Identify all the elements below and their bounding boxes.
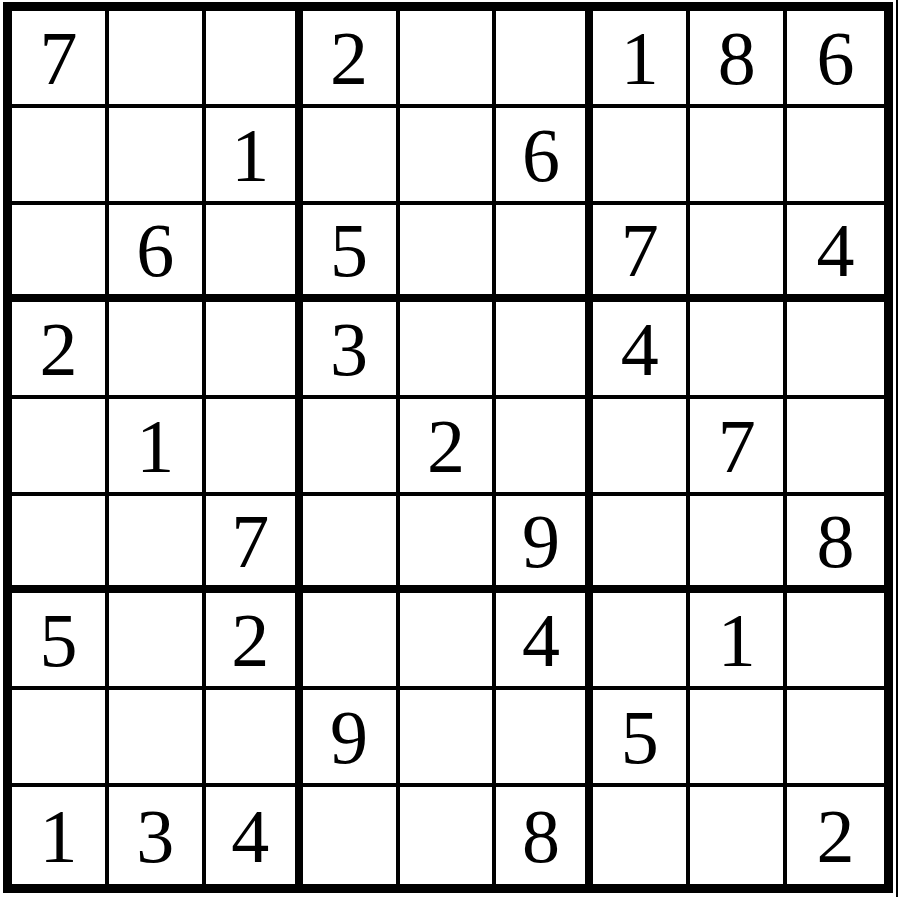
- cell-r6c2[interactable]: [109, 496, 206, 593]
- cell-r6c3[interactable]: 7: [206, 496, 303, 593]
- cell-r6c5[interactable]: [400, 496, 497, 593]
- cell-r6c6[interactable]: 9: [496, 496, 593, 593]
- cell-r1c2[interactable]: [109, 11, 206, 108]
- cell-r8c8[interactable]: [690, 690, 787, 787]
- cell-r3c6[interactable]: [496, 205, 593, 302]
- cell-r6c9[interactable]: 8: [787, 496, 884, 593]
- cell-r9c9[interactable]: 2: [787, 787, 884, 884]
- cell-r2c7[interactable]: [593, 108, 690, 205]
- cell-r3c5[interactable]: [400, 205, 497, 302]
- cell-r1c8[interactable]: 8: [690, 11, 787, 108]
- cell-r7c8[interactable]: 1: [690, 593, 787, 690]
- cell-r1c7[interactable]: 1: [593, 11, 690, 108]
- cell-r6c7[interactable]: [593, 496, 690, 593]
- cell-r3c8[interactable]: [690, 205, 787, 302]
- sudoku-board: 7218616657423412779852419513482: [3, 2, 893, 893]
- cell-r5c2[interactable]: 1: [109, 399, 206, 496]
- cell-r1c9[interactable]: 6: [787, 11, 884, 108]
- cell-r2c8[interactable]: [690, 108, 787, 205]
- cell-r4c2[interactable]: [109, 302, 206, 399]
- cell-r1c3[interactable]: [206, 11, 303, 108]
- cell-r4c3[interactable]: [206, 302, 303, 399]
- cell-r5c5[interactable]: 2: [400, 399, 497, 496]
- cell-r9c2[interactable]: 3: [109, 787, 206, 884]
- cell-r5c6[interactable]: [496, 399, 593, 496]
- cell-r7c9[interactable]: [787, 593, 884, 690]
- cell-r8c1[interactable]: [12, 690, 109, 787]
- cell-r4c1[interactable]: 2: [12, 302, 109, 399]
- cell-r7c7[interactable]: [593, 593, 690, 690]
- cell-r4c9[interactable]: [787, 302, 884, 399]
- cell-r9c5[interactable]: [400, 787, 497, 884]
- cell-r3c2[interactable]: 6: [109, 205, 206, 302]
- cell-r5c8[interactable]: 7: [690, 399, 787, 496]
- cell-r3c7[interactable]: 7: [593, 205, 690, 302]
- cell-r8c3[interactable]: [206, 690, 303, 787]
- cell-r9c6[interactable]: 8: [496, 787, 593, 884]
- cell-r7c5[interactable]: [400, 593, 497, 690]
- cell-r5c3[interactable]: [206, 399, 303, 496]
- cell-r2c4[interactable]: [303, 108, 400, 205]
- cell-r5c9[interactable]: [787, 399, 884, 496]
- cell-r4c6[interactable]: [496, 302, 593, 399]
- cell-r1c4[interactable]: 2: [303, 11, 400, 108]
- cell-r4c5[interactable]: [400, 302, 497, 399]
- cell-r2c5[interactable]: [400, 108, 497, 205]
- cell-r2c3[interactable]: 1: [206, 108, 303, 205]
- cell-r7c6[interactable]: 4: [496, 593, 593, 690]
- cell-r3c9[interactable]: 4: [787, 205, 884, 302]
- cell-r9c8[interactable]: [690, 787, 787, 884]
- cell-r9c4[interactable]: [303, 787, 400, 884]
- cell-r8c5[interactable]: [400, 690, 497, 787]
- cell-r1c6[interactable]: [496, 11, 593, 108]
- cell-r6c8[interactable]: [690, 496, 787, 593]
- cell-r5c1[interactable]: [12, 399, 109, 496]
- cell-r7c3[interactable]: 2: [206, 593, 303, 690]
- cell-r2c9[interactable]: [787, 108, 884, 205]
- cell-r3c1[interactable]: [12, 205, 109, 302]
- cell-r5c4[interactable]: [303, 399, 400, 496]
- cell-r9c1[interactable]: 1: [12, 787, 109, 884]
- cell-r8c9[interactable]: [787, 690, 884, 787]
- cell-r1c1[interactable]: 7: [12, 11, 109, 108]
- cell-r8c6[interactable]: [496, 690, 593, 787]
- cell-r6c1[interactable]: [12, 496, 109, 593]
- cell-r4c8[interactable]: [690, 302, 787, 399]
- cell-r2c2[interactable]: [109, 108, 206, 205]
- cell-r9c3[interactable]: 4: [206, 787, 303, 884]
- cell-r6c4[interactable]: [303, 496, 400, 593]
- cell-r4c4[interactable]: 3: [303, 302, 400, 399]
- cell-r8c7[interactable]: 5: [593, 690, 690, 787]
- cell-r3c3[interactable]: [206, 205, 303, 302]
- cell-r9c7[interactable]: [593, 787, 690, 884]
- cell-r3c4[interactable]: 5: [303, 205, 400, 302]
- cell-r5c7[interactable]: [593, 399, 690, 496]
- cell-r8c2[interactable]: [109, 690, 206, 787]
- cell-r8c4[interactable]: 9: [303, 690, 400, 787]
- cell-r7c4[interactable]: [303, 593, 400, 690]
- cell-r4c7[interactable]: 4: [593, 302, 690, 399]
- scan-artifact-line: [896, 0, 898, 897]
- cell-r1c5[interactable]: [400, 11, 497, 108]
- cell-r7c1[interactable]: 5: [12, 593, 109, 690]
- cell-r2c6[interactable]: 6: [496, 108, 593, 205]
- cell-r7c2[interactable]: [109, 593, 206, 690]
- cell-r2c1[interactable]: [12, 108, 109, 205]
